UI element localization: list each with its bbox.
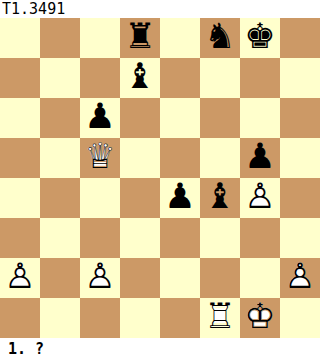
square-e6[interactable] bbox=[160, 98, 200, 138]
square-f1[interactable]: ♜♖ bbox=[200, 298, 240, 338]
square-e5[interactable] bbox=[160, 138, 200, 178]
square-a6[interactable] bbox=[0, 98, 40, 138]
white-pawn: ♟♙ bbox=[280, 258, 320, 298]
square-d3[interactable] bbox=[120, 218, 160, 258]
square-c6[interactable]: ♟ bbox=[80, 98, 120, 138]
white-pawn: ♟♙ bbox=[0, 258, 40, 298]
square-b2[interactable] bbox=[40, 258, 80, 298]
square-h4[interactable] bbox=[280, 178, 320, 218]
white-king: ♚♔ bbox=[240, 298, 280, 338]
white-rook: ♜♖ bbox=[200, 298, 240, 338]
square-f2[interactable] bbox=[200, 258, 240, 298]
square-e1[interactable] bbox=[160, 298, 200, 338]
square-c8[interactable] bbox=[80, 18, 120, 58]
square-f7[interactable] bbox=[200, 58, 240, 98]
square-c3[interactable] bbox=[80, 218, 120, 258]
black-pawn: ♟ bbox=[80, 98, 120, 138]
square-d2[interactable] bbox=[120, 258, 160, 298]
square-e4[interactable]: ♟ bbox=[160, 178, 200, 218]
white-queen: ♛♕ bbox=[80, 138, 120, 178]
black-rook: ♜ bbox=[120, 18, 160, 58]
square-h5[interactable] bbox=[280, 138, 320, 178]
black-knight: ♞ bbox=[200, 18, 240, 58]
square-a2[interactable]: ♟♙ bbox=[0, 258, 40, 298]
square-d8[interactable]: ♜ bbox=[120, 18, 160, 58]
square-d6[interactable] bbox=[120, 98, 160, 138]
white-pawn: ♟♙ bbox=[80, 258, 120, 298]
square-h3[interactable] bbox=[280, 218, 320, 258]
square-f4[interactable]: ♝ bbox=[200, 178, 240, 218]
square-c1[interactable] bbox=[80, 298, 120, 338]
square-b8[interactable] bbox=[40, 18, 80, 58]
square-e7[interactable] bbox=[160, 58, 200, 98]
black-king: ♚ bbox=[240, 18, 280, 58]
square-g6[interactable] bbox=[240, 98, 280, 138]
square-b5[interactable] bbox=[40, 138, 80, 178]
square-a8[interactable] bbox=[0, 18, 40, 58]
black-bishop: ♝ bbox=[200, 178, 240, 218]
square-g2[interactable] bbox=[240, 258, 280, 298]
black-pawn: ♟ bbox=[160, 178, 200, 218]
square-c7[interactable] bbox=[80, 58, 120, 98]
square-h8[interactable] bbox=[280, 18, 320, 58]
square-a3[interactable] bbox=[0, 218, 40, 258]
square-b3[interactable] bbox=[40, 218, 80, 258]
square-f6[interactable] bbox=[200, 98, 240, 138]
square-e3[interactable] bbox=[160, 218, 200, 258]
square-a5[interactable] bbox=[0, 138, 40, 178]
square-a7[interactable] bbox=[0, 58, 40, 98]
square-g7[interactable] bbox=[240, 58, 280, 98]
square-h2[interactable]: ♟♙ bbox=[280, 258, 320, 298]
square-g4[interactable]: ♟♙ bbox=[240, 178, 280, 218]
square-f8[interactable]: ♞ bbox=[200, 18, 240, 58]
square-f3[interactable] bbox=[200, 218, 240, 258]
square-h6[interactable] bbox=[280, 98, 320, 138]
square-a4[interactable] bbox=[0, 178, 40, 218]
square-c5[interactable]: ♛♕ bbox=[80, 138, 120, 178]
square-f5[interactable] bbox=[200, 138, 240, 178]
square-b7[interactable] bbox=[40, 58, 80, 98]
square-g1[interactable]: ♚♔ bbox=[240, 298, 280, 338]
square-e2[interactable] bbox=[160, 258, 200, 298]
move-prompt: 1. ? bbox=[8, 340, 44, 358]
square-b4[interactable] bbox=[40, 178, 80, 218]
square-d1[interactable] bbox=[120, 298, 160, 338]
puzzle-id: T1.3491 bbox=[2, 0, 65, 18]
square-b6[interactable] bbox=[40, 98, 80, 138]
square-b1[interactable] bbox=[40, 298, 80, 338]
square-c2[interactable]: ♟♙ bbox=[80, 258, 120, 298]
white-pawn: ♟♙ bbox=[240, 178, 280, 218]
square-e8[interactable] bbox=[160, 18, 200, 58]
square-d4[interactable] bbox=[120, 178, 160, 218]
square-g8[interactable]: ♚ bbox=[240, 18, 280, 58]
square-g5[interactable]: ♟ bbox=[240, 138, 280, 178]
square-g3[interactable] bbox=[240, 218, 280, 258]
square-h7[interactable] bbox=[280, 58, 320, 98]
square-h1[interactable] bbox=[280, 298, 320, 338]
square-d7[interactable]: ♝ bbox=[120, 58, 160, 98]
square-a1[interactable] bbox=[0, 298, 40, 338]
square-d5[interactable] bbox=[120, 138, 160, 178]
black-pawn: ♟ bbox=[240, 138, 280, 178]
chess-board: ♜♞♚♝♟♛♕♟♟♝♟♙♟♙♟♙♟♙♜♖♚♔ bbox=[0, 18, 320, 338]
black-bishop: ♝ bbox=[120, 58, 160, 98]
square-c4[interactable] bbox=[80, 178, 120, 218]
